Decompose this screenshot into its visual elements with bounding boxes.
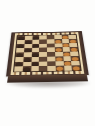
board-square[interactable] [31, 66, 39, 71]
board-square[interactable] [47, 66, 55, 71]
product-photo-backdrop: ●●●●●●●●●●●●●●●●●●●●●●●● [0, 0, 95, 126]
box-front-edge [7, 74, 88, 82]
playing-grid: ●●●●●●●●●●●●●●●●●●●●●●●● [14, 35, 80, 72]
board-square[interactable]: ● [72, 65, 81, 70]
board-square[interactable]: ● [22, 66, 31, 71]
board-face: ●●●●●●●●●●●●●●●●●●●●●●●● [6, 31, 89, 76]
board-square[interactable] [39, 66, 47, 71]
